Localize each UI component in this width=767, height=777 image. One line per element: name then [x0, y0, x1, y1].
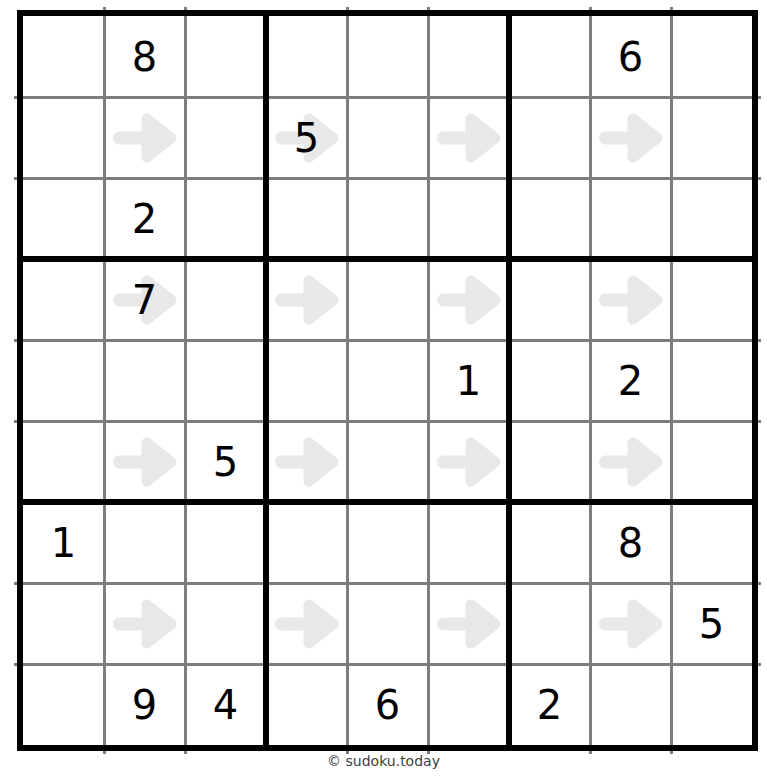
given-digit: 8	[618, 523, 643, 563]
cell-r5c7[interactable]	[509, 340, 590, 421]
right-arrow-icon	[598, 598, 664, 650]
given-digit: 7	[132, 280, 157, 320]
cell-r1c9[interactable]	[671, 16, 752, 97]
cell-r1c5[interactable]	[347, 16, 428, 97]
cell-r9c2[interactable]: 9	[104, 664, 185, 745]
cell-r4c2[interactable]: 7	[104, 259, 185, 340]
cell-r5c2[interactable]	[104, 340, 185, 421]
cell-r6c2[interactable]	[104, 421, 185, 502]
cell-r3c1[interactable]	[23, 178, 104, 259]
cell-r2c9[interactable]	[671, 97, 752, 178]
given-digit: 2	[132, 199, 157, 239]
right-arrow-icon	[274, 436, 340, 488]
cell-r3c7[interactable]	[509, 178, 590, 259]
cell-r5c4[interactable]	[266, 340, 347, 421]
right-arrow-icon	[598, 436, 664, 488]
cell-r1c8[interactable]: 6	[590, 16, 671, 97]
cell-r3c3[interactable]	[185, 178, 266, 259]
cell-r8c4[interactable]	[266, 583, 347, 664]
cell-r9c3[interactable]: 4	[185, 664, 266, 745]
cell-r5c1[interactable]	[23, 340, 104, 421]
right-arrow-icon	[112, 436, 178, 488]
cell-r8c9[interactable]: 5	[671, 583, 752, 664]
cell-r7c4[interactable]	[266, 502, 347, 583]
cell-r7c5[interactable]	[347, 502, 428, 583]
cell-r7c1[interactable]: 1	[23, 502, 104, 583]
cell-r4c6[interactable]	[428, 259, 509, 340]
cell-r2c5[interactable]	[347, 97, 428, 178]
right-arrow-icon	[436, 436, 502, 488]
right-arrow-icon	[436, 112, 502, 164]
cell-r7c8[interactable]: 8	[590, 502, 671, 583]
cell-r8c1[interactable]	[23, 583, 104, 664]
cell-r4c3[interactable]	[185, 259, 266, 340]
cell-r2c7[interactable]	[509, 97, 590, 178]
cell-r6c9[interactable]	[671, 421, 752, 502]
cell-r2c6[interactable]	[428, 97, 509, 178]
cell-r5c5[interactable]	[347, 340, 428, 421]
cell-r6c6[interactable]	[428, 421, 509, 502]
cell-r6c7[interactable]	[509, 421, 590, 502]
cell-r2c3[interactable]	[185, 97, 266, 178]
cell-r4c9[interactable]	[671, 259, 752, 340]
cell-r4c5[interactable]	[347, 259, 428, 340]
given-digit: 5	[213, 442, 238, 482]
cell-r5c9[interactable]	[671, 340, 752, 421]
cell-r1c3[interactable]	[185, 16, 266, 97]
cell-r3c8[interactable]	[590, 178, 671, 259]
right-arrow-icon	[436, 598, 502, 650]
cell-r8c8[interactable]	[590, 583, 671, 664]
cell-r5c6[interactable]: 1	[428, 340, 509, 421]
cell-r1c2[interactable]: 8	[104, 16, 185, 97]
cell-r9c1[interactable]	[23, 664, 104, 745]
given-digit: 1	[51, 523, 76, 563]
cell-r4c4[interactable]	[266, 259, 347, 340]
cell-r7c2[interactable]	[104, 502, 185, 583]
cell-r6c1[interactable]	[23, 421, 104, 502]
cell-r1c1[interactable]	[23, 16, 104, 97]
page: 865271251859462 © sudoku.today	[0, 0, 767, 777]
given-digit: 8	[132, 37, 157, 77]
cell-r9c4[interactable]	[266, 664, 347, 745]
cell-r3c5[interactable]	[347, 178, 428, 259]
cell-r9c6[interactable]	[428, 664, 509, 745]
cell-r1c4[interactable]	[266, 16, 347, 97]
cell-r2c2[interactable]	[104, 97, 185, 178]
cell-r3c2[interactable]: 2	[104, 178, 185, 259]
cell-r3c9[interactable]	[671, 178, 752, 259]
cell-r4c7[interactable]	[509, 259, 590, 340]
copyright: © sudoku.today	[0, 753, 767, 769]
sudoku-board: 865271251859462	[23, 16, 752, 745]
cell-r7c6[interactable]	[428, 502, 509, 583]
cell-r9c8[interactable]	[590, 664, 671, 745]
given-digit: 5	[699, 604, 724, 644]
given-digit: 6	[375, 685, 400, 725]
given-digit: 4	[213, 685, 238, 725]
right-arrow-icon	[112, 598, 178, 650]
cell-r5c3[interactable]	[185, 340, 266, 421]
cell-r6c8[interactable]	[590, 421, 671, 502]
cell-r4c1[interactable]	[23, 259, 104, 340]
cell-r6c5[interactable]	[347, 421, 428, 502]
cell-r8c6[interactable]	[428, 583, 509, 664]
cell-r9c5[interactable]: 6	[347, 664, 428, 745]
cell-r2c4[interactable]: 5	[266, 97, 347, 178]
cell-r8c2[interactable]	[104, 583, 185, 664]
right-arrow-icon	[598, 112, 664, 164]
given-digit: 2	[618, 361, 643, 401]
right-arrow-icon	[436, 274, 502, 326]
cell-r1c7[interactable]	[509, 16, 590, 97]
cell-r4c8[interactable]	[590, 259, 671, 340]
cell-r3c6[interactable]	[428, 178, 509, 259]
cell-r9c9[interactable]	[671, 664, 752, 745]
cell-r7c9[interactable]	[671, 502, 752, 583]
right-arrow-icon	[112, 112, 178, 164]
cells-layer: 865271251859462	[23, 16, 752, 745]
right-arrow-icon	[598, 274, 664, 326]
cell-r7c3[interactable]	[185, 502, 266, 583]
cell-r8c3[interactable]	[185, 583, 266, 664]
given-digit: 6	[618, 37, 643, 77]
cell-r6c4[interactable]	[266, 421, 347, 502]
cell-r7c7[interactable]	[509, 502, 590, 583]
given-digit: 1	[456, 361, 481, 401]
cell-r2c8[interactable]	[590, 97, 671, 178]
given-digit: 2	[537, 685, 562, 725]
cell-r5c8[interactable]: 2	[590, 340, 671, 421]
cell-r6c3[interactable]: 5	[185, 421, 266, 502]
right-arrow-icon	[274, 274, 340, 326]
given-digit: 9	[132, 685, 157, 725]
cell-r9c7[interactable]: 2	[509, 664, 590, 745]
given-digit: 5	[294, 118, 319, 158]
cell-r8c7[interactable]	[509, 583, 590, 664]
right-arrow-icon	[274, 598, 340, 650]
cell-r8c5[interactable]	[347, 583, 428, 664]
cell-r1c6[interactable]	[428, 16, 509, 97]
cell-r3c4[interactable]	[266, 178, 347, 259]
cell-r2c1[interactable]	[23, 97, 104, 178]
